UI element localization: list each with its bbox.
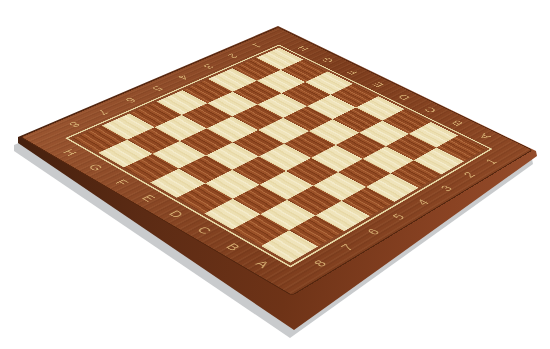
chess-board: HH88GG77FF66EE55DD44CC33BB22AA11 [20,27,533,296]
product-photo-stage: HH88GG77FF66EE55DD44CC33BB22AA11 [0,0,550,349]
